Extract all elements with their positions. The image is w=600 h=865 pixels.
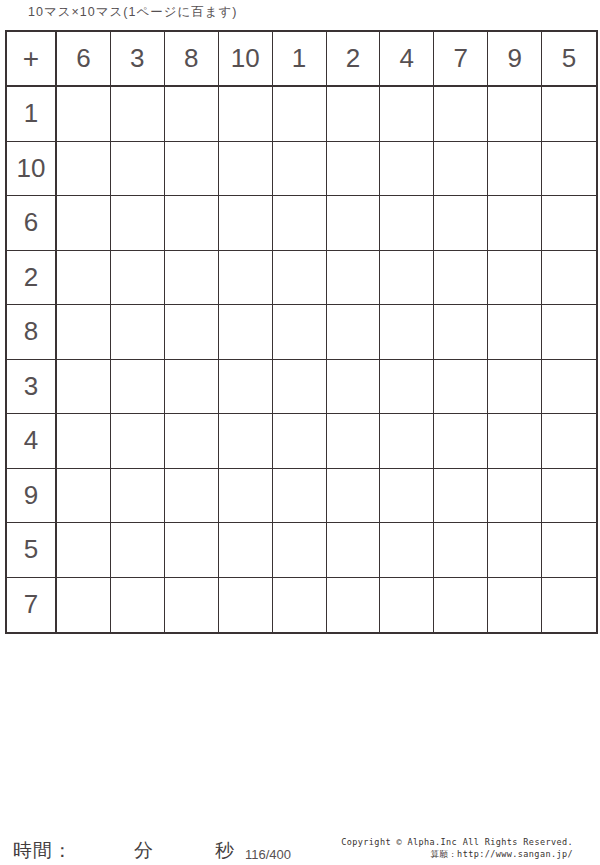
answer-cell-r8-c1 [57, 469, 111, 524]
answer-cell-r2-c8 [434, 142, 488, 197]
time-label: 時間： [13, 838, 73, 864]
answer-cell-r9-c7 [380, 523, 434, 578]
answer-cell-r2-c9 [488, 142, 542, 197]
answer-cell-r3-c2 [111, 196, 165, 251]
answer-cell-r2-c7 [380, 142, 434, 197]
answer-cell-r10-c1 [57, 578, 111, 633]
answer-cell-r1-c6 [327, 87, 381, 142]
answer-cell-r5-c9 [488, 305, 542, 360]
col-header-cell-4: 4 [380, 32, 434, 87]
answer-cell-r6-c7 [380, 360, 434, 415]
answer-cell-r6-c3 [165, 360, 219, 415]
answer-cell-r5-c3 [165, 305, 219, 360]
answer-cell-r7-c7 [380, 414, 434, 469]
row-header-cell-5: 5 [7, 523, 57, 578]
answer-cell-r2-c3 [165, 142, 219, 197]
page-counter: 116/400 [245, 847, 291, 862]
answer-cell-r9-c5 [273, 523, 327, 578]
answer-cell-r4-c8 [434, 251, 488, 306]
answer-cell-r1-c8 [434, 87, 488, 142]
answer-cell-r9-c1 [57, 523, 111, 578]
answer-cell-r5-c7 [380, 305, 434, 360]
answer-cell-r5-c5 [273, 305, 327, 360]
worksheet-title: 10マス×10マス(1ページに百ます) [28, 4, 238, 21]
answer-cell-r6-c8 [434, 360, 488, 415]
answer-cell-r2-c10 [542, 142, 596, 197]
answer-cell-r1-c2 [111, 87, 165, 142]
answer-cell-r8-c6 [327, 469, 381, 524]
answer-cell-r10-c4 [219, 578, 273, 633]
answer-cell-r10-c3 [165, 578, 219, 633]
answer-cell-r8-c9 [488, 469, 542, 524]
answer-cell-r3-c7 [380, 196, 434, 251]
answer-cell-r5-c8 [434, 305, 488, 360]
answer-cell-r8-c8 [434, 469, 488, 524]
col-header-cell-10: 10 [219, 32, 273, 87]
answer-cell-r5-c4 [219, 305, 273, 360]
col-header-cell-7: 7 [434, 32, 488, 87]
answer-cell-r9-c10 [542, 523, 596, 578]
answer-cell-r4-c5 [273, 251, 327, 306]
answer-cell-r9-c9 [488, 523, 542, 578]
answer-cell-r2-c6 [327, 142, 381, 197]
row-header-cell-4: 4 [7, 414, 57, 469]
answer-cell-r9-c3 [165, 523, 219, 578]
answer-cell-r1-c5 [273, 87, 327, 142]
answer-cell-r3-c10 [542, 196, 596, 251]
answer-cell-r8-c7 [380, 469, 434, 524]
answer-cell-r4-c3 [165, 251, 219, 306]
answer-cell-r3-c4 [219, 196, 273, 251]
answer-cell-r6-c4 [219, 360, 273, 415]
answer-cell-r7-c9 [488, 414, 542, 469]
answer-cell-r9-c8 [434, 523, 488, 578]
col-header-cell-2: 2 [327, 32, 381, 87]
addition-grid: +6381012479511062834957 [5, 30, 598, 634]
answer-cell-r9-c6 [327, 523, 381, 578]
site-url-line: 算願：http://www.sangan.jp/ [341, 848, 573, 860]
answer-cell-r8-c5 [273, 469, 327, 524]
minutes-label: 分 [134, 838, 154, 864]
answer-cell-r1-c9 [488, 87, 542, 142]
col-header-cell-3: 3 [111, 32, 165, 87]
answer-cell-r6-c9 [488, 360, 542, 415]
answer-cell-r3-c8 [434, 196, 488, 251]
answer-cell-r10-c2 [111, 578, 165, 633]
answer-cell-r2-c4 [219, 142, 273, 197]
row-header-cell-3: 3 [7, 360, 57, 415]
answer-cell-r7-c3 [165, 414, 219, 469]
answer-cell-r10-c10 [542, 578, 596, 633]
answer-cell-r2-c5 [273, 142, 327, 197]
answer-cell-r4-c4 [219, 251, 273, 306]
row-header-cell-7: 7 [7, 578, 57, 633]
row-header-cell-2: 2 [7, 251, 57, 306]
answer-cell-r10-c7 [380, 578, 434, 633]
answer-cell-r8-c2 [111, 469, 165, 524]
answer-cell-r7-c6 [327, 414, 381, 469]
row-header-cell-10: 10 [7, 142, 57, 197]
time-entry-line: 時間： 分 秒 [13, 838, 235, 865]
answer-cell-r9-c4 [219, 523, 273, 578]
answer-cell-r5-c10 [542, 305, 596, 360]
worksheet-page: 10マス×10マス(1ページに百ます) +6381012479511062834… [0, 0, 600, 865]
answer-cell-r9-c2 [111, 523, 165, 578]
answer-cell-r6-c1 [57, 360, 111, 415]
answer-cell-r7-c10 [542, 414, 596, 469]
answer-cell-r1-c7 [380, 87, 434, 142]
answer-cell-r4-c7 [380, 251, 434, 306]
answer-cell-r5-c6 [327, 305, 381, 360]
answer-cell-r10-c5 [273, 578, 327, 633]
answer-cell-r8-c3 [165, 469, 219, 524]
answer-cell-r5-c1 [57, 305, 111, 360]
answer-cell-r2-c1 [57, 142, 111, 197]
answer-cell-r4-c1 [57, 251, 111, 306]
answer-cell-r6-c2 [111, 360, 165, 415]
seconds-label: 秒 [215, 838, 235, 864]
answer-cell-r1-c1 [57, 87, 111, 142]
col-header-cell-9: 9 [488, 32, 542, 87]
answer-cell-r10-c8 [434, 578, 488, 633]
answer-cell-r3-c1 [57, 196, 111, 251]
answer-cell-r7-c4 [219, 414, 273, 469]
answer-cell-r5-c2 [111, 305, 165, 360]
answer-cell-r3-c5 [273, 196, 327, 251]
answer-cell-r6-c5 [273, 360, 327, 415]
answer-cell-r4-c2 [111, 251, 165, 306]
col-header-cell-5: 5 [542, 32, 596, 87]
row-header-cell-1: 1 [7, 87, 57, 142]
answer-cell-r2-c2 [111, 142, 165, 197]
answer-cell-r4-c10 [542, 251, 596, 306]
answer-cell-r3-c6 [327, 196, 381, 251]
credits-block: Copyright © Alpha.Inc All Rights Reserve… [341, 836, 573, 860]
col-header-cell-1: 1 [273, 32, 327, 87]
col-header-cell-8: 8 [165, 32, 219, 87]
row-header-cell-9: 9 [7, 469, 57, 524]
answer-cell-r3-c9 [488, 196, 542, 251]
answer-cell-r7-c2 [111, 414, 165, 469]
answer-cell-r8-c10 [542, 469, 596, 524]
row-header-cell-6: 6 [7, 196, 57, 251]
operator-corner-cell: + [7, 32, 57, 87]
answer-cell-r10-c9 [488, 578, 542, 633]
answer-cell-r1-c3 [165, 87, 219, 142]
answer-cell-r1-c10 [542, 87, 596, 142]
answer-cell-r4-c6 [327, 251, 381, 306]
answer-cell-r7-c5 [273, 414, 327, 469]
answer-cell-r3-c3 [165, 196, 219, 251]
answer-cell-r1-c4 [219, 87, 273, 142]
answer-cell-r6-c10 [542, 360, 596, 415]
copyright-line: Copyright © Alpha.Inc All Rights Reserve… [341, 836, 573, 848]
answer-cell-r6-c6 [327, 360, 381, 415]
row-header-cell-8: 8 [7, 305, 57, 360]
answer-cell-r4-c9 [488, 251, 542, 306]
answer-cell-r7-c8 [434, 414, 488, 469]
answer-cell-r8-c4 [219, 469, 273, 524]
answer-cell-r7-c1 [57, 414, 111, 469]
col-header-cell-6: 6 [57, 32, 111, 87]
answer-cell-r10-c6 [327, 578, 381, 633]
